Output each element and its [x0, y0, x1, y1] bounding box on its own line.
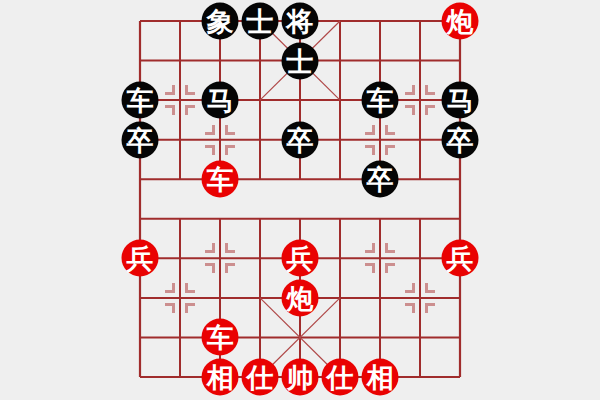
piece-glyph: 车 — [207, 161, 234, 198]
piece-glyph: 车 — [127, 82, 154, 119]
piece-glyph: 仕 — [327, 359, 354, 396]
piece-glyph: 卒 — [127, 121, 154, 158]
piece-glyph: 士 — [247, 3, 274, 40]
piece-red-pawn[interactable]: 兵 — [122, 240, 159, 277]
piece-glyph: 卒 — [287, 121, 314, 158]
piece-red-chariot[interactable]: 车 — [202, 161, 239, 198]
piece-red-pawn[interactable]: 兵 — [282, 240, 319, 277]
piece-glyph: 兵 — [287, 240, 314, 277]
piece-red-elephant[interactable]: 相 — [202, 359, 239, 396]
piece-black-chariot[interactable]: 车 — [362, 82, 399, 119]
piece-red-pawn[interactable]: 兵 — [442, 240, 479, 277]
piece-glyph: 仕 — [247, 359, 274, 396]
piece-glyph: 炮 — [287, 279, 314, 316]
piece-black-pawn[interactable]: 卒 — [122, 121, 159, 158]
piece-glyph: 炮 — [447, 3, 474, 40]
piece-red-chariot[interactable]: 车 — [202, 319, 239, 356]
piece-black-advisor[interactable]: 士 — [282, 42, 319, 79]
piece-glyph: 士 — [287, 42, 314, 79]
piece-black-pawn[interactable]: 卒 — [282, 121, 319, 158]
piece-black-advisor[interactable]: 士 — [242, 3, 279, 40]
piece-glyph: 象 — [207, 3, 234, 40]
piece-red-elephant[interactable]: 相 — [362, 359, 399, 396]
piece-black-chariot[interactable]: 车 — [122, 82, 159, 119]
piece-glyph: 卒 — [447, 121, 474, 158]
piece-glyph: 兵 — [447, 240, 474, 277]
piece-red-advisor[interactable]: 仕 — [242, 359, 279, 396]
piece-glyph: 卒 — [367, 161, 394, 198]
piece-glyph: 马 — [207, 82, 234, 119]
piece-black-general[interactable]: 将 — [282, 3, 319, 40]
piece-glyph: 兵 — [127, 240, 154, 277]
piece-red-general[interactable]: 帅 — [282, 359, 319, 396]
piece-black-pawn[interactable]: 卒 — [442, 121, 479, 158]
piece-glyph: 相 — [207, 359, 234, 396]
piece-red-cannon[interactable]: 炮 — [282, 279, 319, 316]
piece-glyph: 马 — [447, 82, 474, 119]
piece-black-elephant[interactable]: 象 — [202, 3, 239, 40]
piece-glyph: 将 — [287, 3, 314, 40]
piece-glyph: 帅 — [287, 359, 314, 396]
piece-glyph: 车 — [367, 82, 394, 119]
piece-black-pawn[interactable]: 卒 — [362, 161, 399, 198]
piece-black-horse[interactable]: 马 — [442, 82, 479, 119]
piece-black-horse[interactable]: 马 — [202, 82, 239, 119]
piece-red-advisor[interactable]: 仕 — [322, 359, 359, 396]
piece-glyph: 车 — [207, 319, 234, 356]
xiangqi-board: 象士将炮士车马车马卒卒卒车卒兵兵兵炮车相仕帅仕相 — [0, 0, 600, 400]
piece-red-cannon[interactable]: 炮 — [442, 3, 479, 40]
piece-glyph: 相 — [367, 359, 394, 396]
